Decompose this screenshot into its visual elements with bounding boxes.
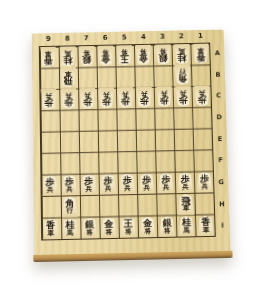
piece-kanji-sub: 兵 [47, 186, 54, 193]
file-label-9: 9 [39, 33, 58, 46]
piece-kanji-sub: 兵 [65, 92, 72, 99]
shogi-piece-5i[interactable]: 王将 [120, 217, 137, 238]
piece-kanji-sub: 兵 [143, 184, 150, 191]
piece-kanji-sub: 兵 [122, 90, 129, 97]
piece-kanji-sub: 将 [144, 228, 151, 235]
piece-kanji-sub: 馬 [67, 230, 74, 237]
piece-kanji-sub: 兵 [86, 186, 93, 193]
piece-kanji-sub: 将 [164, 228, 171, 235]
piece-kanji-sub: 行 [67, 208, 74, 215]
file-label-1: 1 [191, 30, 210, 43]
file-label-7: 7 [77, 32, 96, 45]
shogi-piece-4c[interactable]: 歩兵 [136, 87, 153, 108]
piece-kanji-sub: 兵 [141, 90, 148, 97]
piece-kanji-main: 角 [178, 74, 187, 83]
file-label-3: 3 [153, 31, 172, 44]
piece-kanji-main: 歩 [198, 95, 207, 104]
shogi-piece-7c[interactable]: 歩兵 [79, 88, 96, 109]
shogi-piece-1a[interactable]: 香車 [192, 43, 209, 63]
piece-kanji-sub: 兵 [66, 186, 73, 193]
piece-kanji-sub: 将 [86, 229, 93, 236]
piece-kanji-sub: 車 [197, 46, 204, 52]
piece-kanji-sub: 兵 [199, 89, 206, 96]
piece-kanji-sub: 兵 [182, 183, 189, 190]
piece-kanji-sub: 兵 [46, 92, 53, 99]
piece-kanji-sub: 車 [183, 205, 190, 212]
shogi-piece-2b[interactable]: 角行 [174, 65, 191, 86]
shogi-piece-8g[interactable]: 歩兵 [61, 175, 78, 196]
shogi-piece-3g[interactable]: 歩兵 [157, 173, 174, 194]
pieces-layer: 香車桂馬銀将金将玉将金将銀将桂馬香車飛車角行歩兵歩兵歩兵歩兵歩兵歩兵歩兵歩兵歩兵… [39, 43, 216, 241]
piece-kanji-sub: 馬 [183, 227, 190, 234]
shogi-piece-1i[interactable]: 香車 [197, 216, 214, 237]
shogi-piece-7a[interactable]: 銀将 [78, 46, 95, 66]
shogi-piece-6g[interactable]: 歩兵 [100, 174, 117, 195]
piece-kanji-sub: 将 [140, 47, 147, 53]
rank-label-e: E [213, 128, 228, 150]
rank-label-h: H [215, 193, 230, 215]
shogi-piece-9g[interactable]: 歩兵 [42, 175, 59, 196]
shogi-piece-4g[interactable]: 歩兵 [138, 173, 155, 194]
shogi-piece-6a[interactable]: 金将 [97, 45, 114, 65]
shogi-piece-9c[interactable]: 歩兵 [41, 89, 58, 110]
shogi-piece-7g[interactable]: 歩兵 [80, 174, 97, 195]
shogi-piece-4i[interactable]: 金将 [139, 217, 156, 238]
piece-kanji-sub: 将 [83, 49, 90, 55]
shogi-piece-8a[interactable]: 桂馬 [59, 46, 76, 66]
piece-kanji-main: 歩 [121, 97, 130, 106]
piece-kanji-main: 歩 [83, 98, 92, 107]
rank-label-a: A [210, 42, 225, 64]
file-label-2: 2 [172, 30, 191, 43]
shogi-piece-9a[interactable]: 香車 [40, 46, 57, 66]
file-label-6: 6 [96, 32, 115, 45]
piece-kanji-sub: 馬 [178, 47, 185, 53]
shogi-piece-2i[interactable]: 桂馬 [178, 216, 195, 237]
rank-label-c: C [211, 85, 226, 107]
piece-kanji-sub: 兵 [201, 183, 208, 190]
shogi-piece-5g[interactable]: 歩兵 [119, 174, 136, 195]
piece-kanji-main: 歩 [178, 96, 187, 105]
shogi-piece-6c[interactable]: 歩兵 [98, 88, 115, 109]
shogi-piece-1c[interactable]: 歩兵 [194, 86, 211, 107]
shogi-piece-1g[interactable]: 歩兵 [196, 172, 213, 193]
shogi-piece-7i[interactable]: 銀将 [81, 218, 98, 239]
piece-kanji-sub: 車 [45, 49, 52, 55]
piece-kanji-sub: 兵 [163, 184, 170, 191]
shogi-piece-2a[interactable]: 桂馬 [173, 44, 190, 64]
shogi-piece-8c[interactable]: 歩兵 [60, 89, 77, 110]
shogi-piece-8b[interactable]: 飛車 [60, 67, 77, 88]
piece-kanji-sub: 車 [65, 70, 72, 77]
piece-kanji-sub: 兵 [103, 91, 110, 98]
piece-kanji-sub: 兵 [180, 89, 187, 96]
shogi-piece-3c[interactable]: 歩兵 [155, 87, 172, 108]
piece-kanji-sub: 兵 [160, 90, 167, 97]
shogi-board: 9 8 7 6 5 4 3 2 1 A B C D E F G H I [32, 30, 231, 255]
shogi-piece-2g[interactable]: 歩兵 [177, 172, 194, 193]
shogi-piece-3a[interactable]: 銀将 [154, 44, 171, 64]
piece-kanji-sub: 車 [47, 230, 54, 237]
shogi-piece-3i[interactable]: 銀将 [158, 216, 175, 237]
piece-kanji-sub: 将 [159, 47, 166, 53]
shogi-piece-4a[interactable]: 金将 [135, 44, 152, 64]
piece-kanji-sub: 将 [106, 229, 113, 236]
rank-label-i: I [215, 215, 230, 237]
rank-label-b: B [211, 63, 226, 85]
piece-kanji-sub: 兵 [105, 185, 112, 192]
piece-kanji-sub: 行 [179, 68, 186, 75]
piece-kanji-sub: 兵 [124, 185, 131, 192]
rank-label-d: D [212, 106, 227, 128]
piece-kanji-sub: 将 [102, 48, 109, 54]
piece-kanji-main: 歩 [45, 98, 54, 107]
piece-kanji-main: 歩 [64, 98, 73, 107]
shogi-piece-5a[interactable]: 玉将 [116, 45, 133, 65]
rank-label-g: G [214, 171, 229, 193]
piece-kanji-main: 歩 [102, 97, 111, 106]
shogi-piece-5c[interactable]: 歩兵 [117, 87, 134, 108]
piece-kanji-sub: 車 [203, 227, 210, 234]
shogi-piece-8h[interactable]: 角行 [61, 197, 78, 218]
piece-kanji-sub: 将 [121, 48, 128, 54]
piece-kanji-main: 飛 [63, 77, 72, 86]
shogi-piece-9i[interactable]: 香車 [42, 219, 59, 240]
shogi-piece-2c[interactable]: 歩兵 [175, 86, 192, 107]
photo-background: 9 8 7 6 5 4 3 2 1 A B C D E F G H I [0, 0, 254, 300]
shogi-piece-2h[interactable]: 飛車 [177, 194, 194, 215]
piece-kanji-sub: 馬 [64, 49, 71, 55]
rank-label-f: F [213, 149, 228, 171]
file-label-5: 5 [115, 31, 134, 44]
shogi-piece-8i[interactable]: 桂馬 [62, 218, 79, 239]
board-face: 9 8 7 6 5 4 3 2 1 A B C D E F G H I [32, 30, 231, 255]
piece-kanji-sub: 将 [125, 228, 132, 235]
file-label-8: 8 [58, 33, 77, 46]
shogi-piece-6i[interactable]: 金将 [100, 218, 117, 239]
piece-kanji-main: 歩 [140, 96, 149, 105]
piece-kanji-main: 歩 [159, 96, 168, 105]
file-label-4: 4 [134, 31, 153, 44]
piece-kanji-sub: 兵 [84, 91, 91, 98]
